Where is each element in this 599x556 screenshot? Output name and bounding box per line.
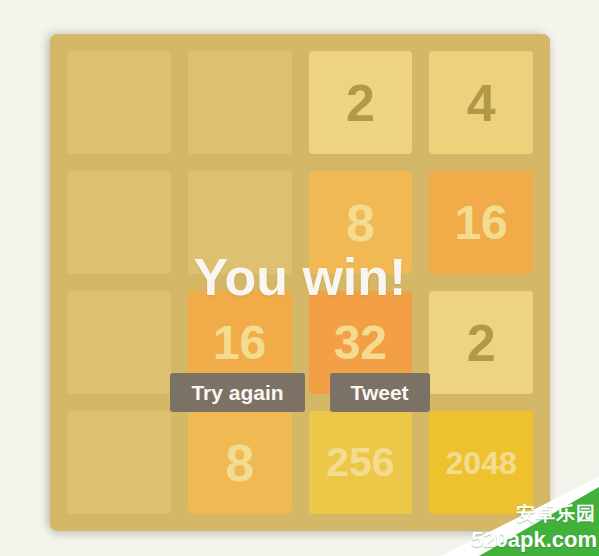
game-board[interactable]: 2 4 8 16 16 32 2 8 256 2048 You win! Try…: [50, 34, 550, 531]
tweet-button[interactable]: Tweet: [330, 373, 430, 412]
win-message: You win!: [50, 247, 550, 307]
overlay-buttons: Try again Tweet: [50, 373, 550, 412]
watermark: 安卓乐园 520apk.com: [437, 474, 599, 556]
watermark-site-name: 安卓乐园: [516, 501, 596, 527]
try-again-button[interactable]: Try again: [170, 373, 304, 412]
watermark-site-url: 520apk.com: [471, 527, 597, 553]
